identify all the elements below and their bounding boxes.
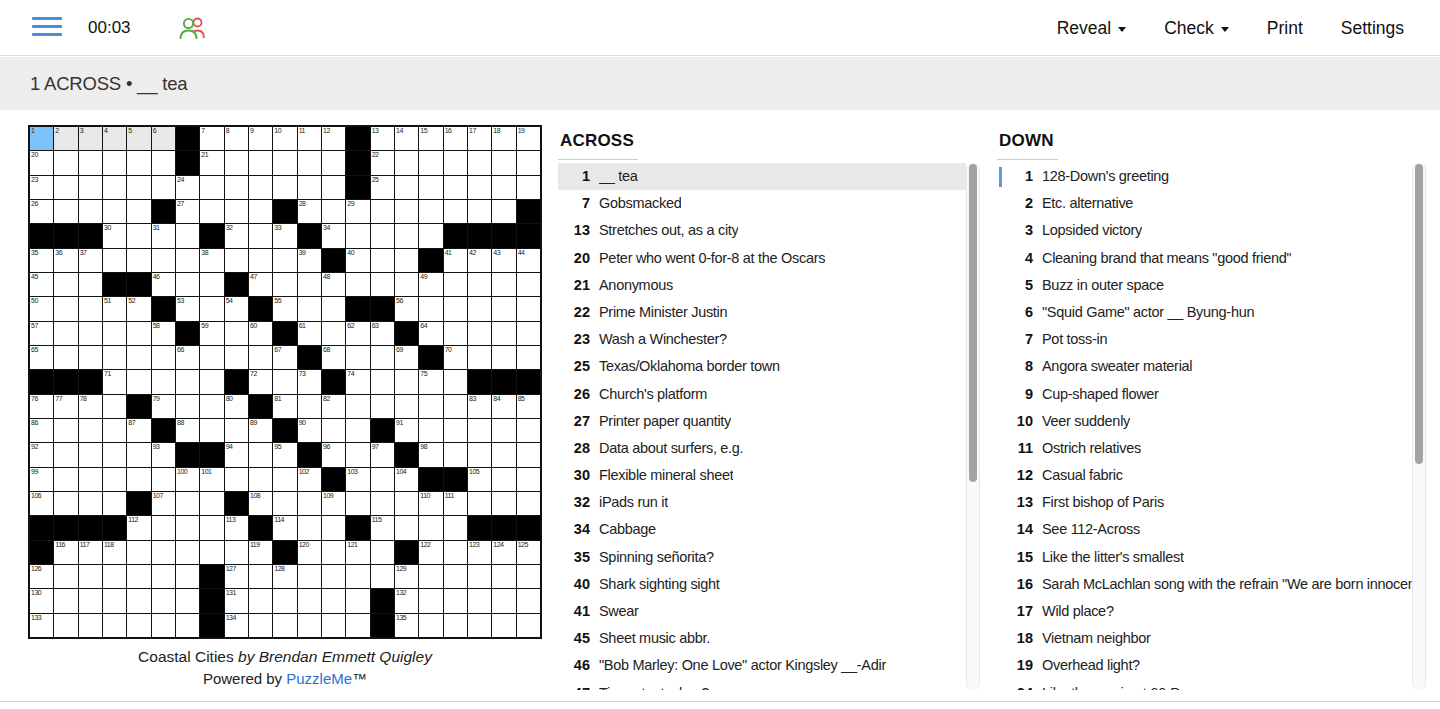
grid-cell[interactable]: [127, 249, 150, 272]
grid-cell[interactable]: [468, 297, 491, 320]
clue-item[interactable]: 30Flexible mineral sheet: [558, 462, 966, 489]
grid-cell[interactable]: [444, 297, 467, 320]
grid-cell[interactable]: [225, 468, 248, 491]
grid-cell[interactable]: 32: [225, 224, 248, 247]
grid-cell[interactable]: [54, 565, 77, 588]
clue-item[interactable]: 23Wash a Winchester?: [558, 326, 966, 353]
grid-cell[interactable]: [103, 468, 126, 491]
grid-cell[interactable]: 5: [127, 127, 150, 150]
grid-cell[interactable]: [322, 200, 345, 223]
grid-cell[interactable]: [249, 443, 272, 466]
grid-cell[interactable]: 65: [30, 346, 53, 369]
grid-cell[interactable]: 19: [517, 127, 540, 150]
grid-cell[interactable]: 81: [273, 395, 296, 418]
grid-cell[interactable]: 105: [468, 468, 491, 491]
grid-cell[interactable]: [346, 419, 369, 442]
grid-cell[interactable]: [127, 200, 150, 223]
grid-cell[interactable]: 17: [468, 127, 491, 150]
grid-cell[interactable]: [103, 492, 126, 515]
grid-cell[interactable]: [371, 541, 394, 564]
grid-cell[interactable]: 64: [419, 322, 442, 345]
grid-cell[interactable]: 85: [517, 395, 540, 418]
grid-cell[interactable]: [322, 176, 345, 199]
grid-cell[interactable]: [152, 541, 175, 564]
grid-cell[interactable]: [249, 249, 272, 272]
across-scrollbar[interactable]: [966, 163, 980, 690]
grid-cell[interactable]: [225, 322, 248, 345]
grid-cell[interactable]: [249, 224, 272, 247]
grid-cell[interactable]: [54, 322, 77, 345]
clue-item[interactable]: 21Anonymous: [558, 272, 966, 299]
grid-cell[interactable]: [225, 346, 248, 369]
clue-item[interactable]: 14See 112-Across: [997, 516, 1412, 543]
grid-cell[interactable]: [444, 589, 467, 612]
grid-cell[interactable]: [371, 200, 394, 223]
grid-cell[interactable]: 3: [79, 127, 102, 150]
clue-item[interactable]: 1__ tea: [558, 163, 966, 190]
grid-cell[interactable]: 37: [79, 249, 102, 272]
grid-cell[interactable]: [395, 249, 418, 272]
grid-cell[interactable]: [127, 565, 150, 588]
grid-cell[interactable]: [419, 516, 442, 539]
grid-cell[interactable]: [54, 297, 77, 320]
grid-cell[interactable]: 83: [468, 395, 491, 418]
grid-cell[interactable]: [273, 492, 296, 515]
clue-item[interactable]: 27Printer paper quantity: [558, 408, 966, 435]
grid-cell[interactable]: 91: [395, 419, 418, 442]
grid-cell[interactable]: [517, 589, 540, 612]
grid-cell[interactable]: [346, 565, 369, 588]
grid-cell[interactable]: 41: [444, 249, 467, 272]
grid-cell[interactable]: 22: [371, 151, 394, 174]
clue-item[interactable]: 3Lopsided victory: [997, 217, 1412, 244]
clue-item[interactable]: 17Wild place?: [997, 598, 1412, 625]
grid-cell[interactable]: [346, 273, 369, 296]
grid-cell[interactable]: [273, 468, 296, 491]
grid-cell[interactable]: [54, 589, 77, 612]
grid-cell[interactable]: [79, 297, 102, 320]
clue-item[interactable]: 24Like the movie at 66-Down: [997, 680, 1412, 690]
grid-cell[interactable]: [273, 249, 296, 272]
grid-cell[interactable]: 88: [176, 419, 199, 442]
grid-cell[interactable]: [200, 516, 223, 539]
grid-cell[interactable]: [176, 565, 199, 588]
grid-cell[interactable]: [273, 614, 296, 637]
grid-cell[interactable]: [54, 468, 77, 491]
grid-cell[interactable]: [225, 200, 248, 223]
grid-cell[interactable]: [492, 468, 515, 491]
grid-cell[interactable]: [152, 589, 175, 612]
grid-cell[interactable]: [517, 273, 540, 296]
grid-cell[interactable]: 16: [444, 127, 467, 150]
grid-cell[interactable]: [468, 200, 491, 223]
grid-cell[interactable]: [249, 176, 272, 199]
grid-cell[interactable]: 131: [225, 589, 248, 612]
grid-cell[interactable]: [492, 443, 515, 466]
grid-cell[interactable]: 4: [103, 127, 126, 150]
grid-cell[interactable]: [152, 565, 175, 588]
grid-cell[interactable]: 94: [225, 443, 248, 466]
grid-cell[interactable]: [225, 151, 248, 174]
grid-cell[interactable]: [468, 589, 491, 612]
grid-cell[interactable]: 73: [298, 370, 321, 393]
grid-cell[interactable]: [103, 614, 126, 637]
grid-cell[interactable]: [371, 346, 394, 369]
grid-cell[interactable]: [200, 370, 223, 393]
grid-cell[interactable]: [79, 565, 102, 588]
grid-cell[interactable]: [103, 176, 126, 199]
grid-cell[interactable]: 59: [200, 322, 223, 345]
grid-cell[interactable]: 24: [176, 176, 199, 199]
grid-cell[interactable]: 9: [249, 127, 272, 150]
grid-cell[interactable]: [444, 370, 467, 393]
grid-cell[interactable]: 6: [152, 127, 175, 150]
grid-cell[interactable]: 50: [30, 297, 53, 320]
clue-item[interactable]: 6"Squid Game" actor __ Byung-hun: [997, 299, 1412, 326]
grid-cell[interactable]: [322, 297, 345, 320]
grid-cell[interactable]: 78: [79, 395, 102, 418]
grid-cell[interactable]: [54, 614, 77, 637]
grid-cell[interactable]: 28: [298, 200, 321, 223]
clue-item[interactable]: 10Veer suddenly: [997, 408, 1412, 435]
grid-cell[interactable]: 72: [249, 370, 272, 393]
grid-cell[interactable]: [517, 443, 540, 466]
grid-cell[interactable]: [176, 541, 199, 564]
grid-cell[interactable]: [200, 492, 223, 515]
clue-item[interactable]: 11Ostrich relatives: [997, 435, 1412, 462]
grid-cell[interactable]: [322, 541, 345, 564]
grid-cell[interactable]: 134: [225, 614, 248, 637]
grid-cell[interactable]: [468, 443, 491, 466]
grid-cell[interactable]: [127, 443, 150, 466]
grid-cell[interactable]: [273, 176, 296, 199]
grid-cell[interactable]: [444, 322, 467, 345]
grid-cell[interactable]: [322, 614, 345, 637]
grid-cell[interactable]: 112: [127, 516, 150, 539]
grid-cell[interactable]: [79, 492, 102, 515]
clue-item[interactable]: 13First bishop of Paris: [997, 489, 1412, 516]
grid-cell[interactable]: [225, 176, 248, 199]
grid-cell[interactable]: [517, 565, 540, 588]
grid-cell[interactable]: [322, 419, 345, 442]
grid-cell[interactable]: 76: [30, 395, 53, 418]
grid-cell[interactable]: 20: [30, 151, 53, 174]
grid-cell[interactable]: 27: [176, 200, 199, 223]
grid-cell[interactable]: [249, 346, 272, 369]
grid-cell[interactable]: [79, 273, 102, 296]
grid-cell[interactable]: 38: [200, 249, 223, 272]
grid-cell[interactable]: [444, 200, 467, 223]
grid-cell[interactable]: [127, 370, 150, 393]
grid-cell[interactable]: [419, 614, 442, 637]
grid-cell[interactable]: [395, 176, 418, 199]
grid-cell[interactable]: 29: [346, 200, 369, 223]
grid-cell[interactable]: [419, 200, 442, 223]
grid-cell[interactable]: [54, 492, 77, 515]
grid-cell[interactable]: [273, 151, 296, 174]
grid-cell[interactable]: 53: [176, 297, 199, 320]
grid-cell[interactable]: 47: [249, 273, 272, 296]
grid-cell[interactable]: 66: [176, 346, 199, 369]
grid-cell[interactable]: [152, 249, 175, 272]
grid-cell[interactable]: 102: [298, 468, 321, 491]
grid-cell[interactable]: [152, 346, 175, 369]
grid-cell[interactable]: [371, 273, 394, 296]
grid-cell[interactable]: 104: [395, 468, 418, 491]
grid-cell[interactable]: [395, 273, 418, 296]
grid-cell[interactable]: 100: [176, 468, 199, 491]
grid-cell[interactable]: [103, 443, 126, 466]
grid-cell[interactable]: [371, 370, 394, 393]
grid-cell[interactable]: [249, 565, 272, 588]
grid-cell[interactable]: [200, 541, 223, 564]
grid-cell[interactable]: 57: [30, 322, 53, 345]
grid-cell[interactable]: 49: [419, 273, 442, 296]
grid-cell[interactable]: 40: [346, 249, 369, 272]
grid-cell[interactable]: 87: [127, 419, 150, 442]
grid-cell[interactable]: 124: [492, 541, 515, 564]
grid-cell[interactable]: [54, 273, 77, 296]
grid-cell[interactable]: [103, 249, 126, 272]
grid-cell[interactable]: [492, 200, 515, 223]
grid-cell[interactable]: [419, 176, 442, 199]
grid-cell[interactable]: 74: [346, 370, 369, 393]
grid-cell[interactable]: [79, 200, 102, 223]
grid-cell[interactable]: [298, 516, 321, 539]
grid-cell[interactable]: [468, 322, 491, 345]
clue-item[interactable]: 32iPads run it: [558, 489, 966, 516]
grid-cell[interactable]: [127, 151, 150, 174]
grid-cell[interactable]: 118: [103, 541, 126, 564]
grid-cell[interactable]: 61: [298, 322, 321, 345]
grid-cell[interactable]: 106: [30, 492, 53, 515]
grid-cell[interactable]: 77: [54, 395, 77, 418]
grid-cell[interactable]: [492, 273, 515, 296]
grid-cell[interactable]: [200, 273, 223, 296]
grid-cell[interactable]: 80: [225, 395, 248, 418]
grid-cell[interactable]: [444, 516, 467, 539]
grid-cell[interactable]: 108: [249, 492, 272, 515]
grid-cell[interactable]: [298, 565, 321, 588]
clue-item[interactable]: 15Like the litter's smallest: [997, 544, 1412, 571]
grid-cell[interactable]: [517, 346, 540, 369]
grid-cell[interactable]: 7: [200, 127, 223, 150]
clue-item[interactable]: 19Overhead light?: [997, 652, 1412, 679]
grid-cell[interactable]: 92: [30, 443, 53, 466]
grid-cell[interactable]: [517, 419, 540, 442]
grid-cell[interactable]: 119: [249, 541, 272, 564]
grid-cell[interactable]: 26: [30, 200, 53, 223]
grid-cell[interactable]: [176, 273, 199, 296]
grid-cell[interactable]: 90: [298, 419, 321, 442]
grid-cell[interactable]: [492, 322, 515, 345]
grid-cell[interactable]: [273, 273, 296, 296]
grid-cell[interactable]: [54, 200, 77, 223]
grid-cell[interactable]: [298, 151, 321, 174]
clue-item[interactable]: 7Gobsmacked: [558, 190, 966, 217]
grid-cell[interactable]: [517, 468, 540, 491]
grid-cell[interactable]: [346, 443, 369, 466]
clue-item[interactable]: 7Pot toss-in: [997, 326, 1412, 353]
grid-cell[interactable]: [492, 492, 515, 515]
grid-cell[interactable]: 46: [152, 273, 175, 296]
grid-cell[interactable]: 128: [273, 565, 296, 588]
grid-cell[interactable]: [127, 614, 150, 637]
clue-item[interactable]: 40Shark sighting sight: [558, 571, 966, 598]
grid-cell[interactable]: 54: [225, 297, 248, 320]
grid-cell[interactable]: [468, 614, 491, 637]
grid-cell[interactable]: [444, 443, 467, 466]
grid-cell[interactable]: 122: [419, 541, 442, 564]
grid-cell[interactable]: [444, 419, 467, 442]
grid-cell[interactable]: [103, 395, 126, 418]
clue-item[interactable]: 16Sarah McLachlan song with the refrain …: [997, 571, 1412, 598]
clue-item[interactable]: 9Cup-shaped flower: [997, 381, 1412, 408]
clue-item[interactable]: 28Data about surfers, e.g.: [558, 435, 966, 462]
grid-cell[interactable]: 71: [103, 370, 126, 393]
grid-cell[interactable]: 56: [395, 297, 418, 320]
grid-cell[interactable]: [225, 249, 248, 272]
grid-cell[interactable]: [54, 419, 77, 442]
grid-cell[interactable]: [103, 200, 126, 223]
grid-cell[interactable]: 130: [30, 589, 53, 612]
grid-cell[interactable]: [419, 395, 442, 418]
down-scrollbar-thumb[interactable]: [1415, 164, 1423, 464]
grid-cell[interactable]: 123: [468, 541, 491, 564]
grid-cell[interactable]: [79, 322, 102, 345]
grid-cell[interactable]: [103, 151, 126, 174]
grid-cell[interactable]: [322, 151, 345, 174]
grid-cell[interactable]: [103, 419, 126, 442]
grid-cell[interactable]: 115: [371, 516, 394, 539]
grid-cell[interactable]: 121: [346, 541, 369, 564]
grid-cell[interactable]: [395, 200, 418, 223]
clue-item[interactable]: 34Cabbage: [558, 516, 966, 543]
grid-cell[interactable]: [200, 346, 223, 369]
grid-cell[interactable]: [249, 614, 272, 637]
grid-cell[interactable]: 89: [249, 419, 272, 442]
grid-cell[interactable]: 133: [30, 614, 53, 637]
check-button[interactable]: Check: [1164, 18, 1229, 39]
grid-cell[interactable]: 69: [395, 346, 418, 369]
grid-cell[interactable]: [127, 541, 150, 564]
grid-cell[interactable]: 12: [322, 127, 345, 150]
grid-cell[interactable]: [127, 346, 150, 369]
grid-cell[interactable]: [176, 395, 199, 418]
clue-item[interactable]: 20Peter who went 0-for-8 at the Oscars: [558, 245, 966, 272]
grid-cell[interactable]: [176, 516, 199, 539]
grid-cell[interactable]: [395, 151, 418, 174]
grid-cell[interactable]: [517, 322, 540, 345]
clue-item[interactable]: 47Tire out a tuchus?: [558, 680, 966, 690]
grid-cell[interactable]: [200, 297, 223, 320]
grid-cell[interactable]: [517, 492, 540, 515]
grid-cell[interactable]: 127: [225, 565, 248, 588]
grid-cell[interactable]: 99: [30, 468, 53, 491]
grid-cell[interactable]: 30: [103, 224, 126, 247]
grid-cell[interactable]: [152, 468, 175, 491]
grid-cell[interactable]: [419, 224, 442, 247]
grid-cell[interactable]: 14: [395, 127, 418, 150]
grid-cell[interactable]: [127, 224, 150, 247]
grid-cell[interactable]: [346, 589, 369, 612]
grid-cell[interactable]: [492, 151, 515, 174]
grid-cell[interactable]: 8: [225, 127, 248, 150]
grid-cell[interactable]: [54, 151, 77, 174]
grid-cell[interactable]: 96: [322, 443, 345, 466]
grid-cell[interactable]: [468, 176, 491, 199]
grid-cell[interactable]: [249, 151, 272, 174]
grid-cell[interactable]: [176, 224, 199, 247]
grid-cell[interactable]: [517, 297, 540, 320]
grid-cell[interactable]: [225, 419, 248, 442]
grid-cell[interactable]: [468, 565, 491, 588]
grid-cell[interactable]: [298, 589, 321, 612]
grid-cell[interactable]: [273, 589, 296, 612]
grid-cell[interactable]: 103: [346, 468, 369, 491]
players-icon[interactable]: [178, 16, 208, 40]
grid-cell[interactable]: 2: [54, 127, 77, 150]
down-scrollbar[interactable]: [1412, 163, 1426, 690]
grid-cell[interactable]: [322, 516, 345, 539]
grid-cell[interactable]: [419, 151, 442, 174]
grid-cell[interactable]: [152, 370, 175, 393]
grid-cell[interactable]: [200, 176, 223, 199]
grid-cell[interactable]: [200, 419, 223, 442]
grid-cell[interactable]: 111: [444, 492, 467, 515]
grid-cell[interactable]: 25: [371, 176, 394, 199]
grid-cell[interactable]: [54, 176, 77, 199]
grid-cell[interactable]: [152, 176, 175, 199]
grid-cell[interactable]: [79, 346, 102, 369]
grid-cell[interactable]: [79, 614, 102, 637]
grid-cell[interactable]: [346, 492, 369, 515]
puzzleme-link[interactable]: PuzzleMe: [286, 670, 352, 687]
grid-cell[interactable]: 82: [322, 395, 345, 418]
grid-cell[interactable]: 13: [371, 127, 394, 150]
grid-cell[interactable]: [346, 346, 369, 369]
grid-cell[interactable]: [54, 346, 77, 369]
clue-item[interactable]: 45Sheet music abbr.: [558, 625, 966, 652]
grid-cell[interactable]: [492, 565, 515, 588]
menu-icon[interactable]: [32, 17, 62, 39]
grid-cell[interactable]: [200, 395, 223, 418]
grid-cell[interactable]: [103, 346, 126, 369]
grid-cell[interactable]: 1: [30, 127, 53, 150]
grid-cell[interactable]: [127, 176, 150, 199]
grid-cell[interactable]: [492, 589, 515, 612]
grid-cell[interactable]: [492, 176, 515, 199]
grid-cell[interactable]: 75: [419, 370, 442, 393]
grid-cell[interactable]: [127, 468, 150, 491]
grid-cell[interactable]: 10: [273, 127, 296, 150]
grid-cell[interactable]: [395, 516, 418, 539]
grid-cell[interactable]: [298, 297, 321, 320]
grid-cell[interactable]: [468, 346, 491, 369]
grid-cell[interactable]: [298, 492, 321, 515]
grid-cell[interactable]: [176, 614, 199, 637]
grid-cell[interactable]: [322, 322, 345, 345]
grid-cell[interactable]: [468, 273, 491, 296]
grid-cell[interactable]: [322, 565, 345, 588]
grid-cell[interactable]: [103, 322, 126, 345]
clue-item[interactable]: 8Angora sweater material: [997, 353, 1412, 380]
grid-cell[interactable]: [176, 589, 199, 612]
grid-cell[interactable]: [322, 589, 345, 612]
grid-cell[interactable]: 18: [492, 127, 515, 150]
grid-cell[interactable]: 48: [322, 273, 345, 296]
grid-cell[interactable]: [492, 614, 515, 637]
